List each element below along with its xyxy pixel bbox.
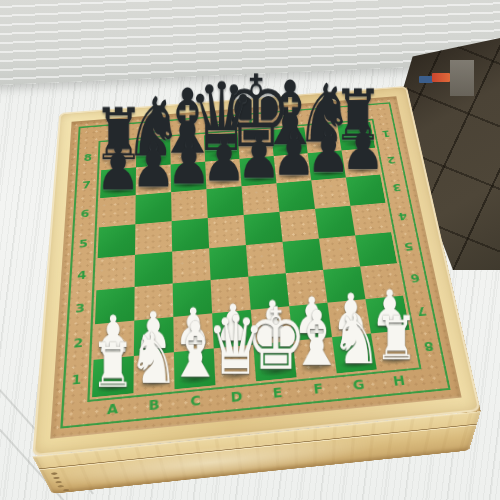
file-label-top-D: D <box>236 112 270 129</box>
file-label-top-C: C <box>269 110 304 127</box>
file-label-top-E: E <box>203 115 237 132</box>
file-label-top-A: A <box>335 105 370 122</box>
piece-glyph: ♞ <box>129 326 179 392</box>
file-label-top-G: G <box>136 120 170 138</box>
pieces-layer: ♜♞♝♛♚♝♞♜♟♟♟♟♟♟♟♟♟♟♟♟♟♟♟♟♜♞♝♛♚♝♞♜ <box>92 122 417 397</box>
piece-glyph: ♜ <box>91 338 135 396</box>
piece-glyph: ♟ <box>95 139 140 197</box>
file-label-top-B: B <box>302 107 337 124</box>
rank-label-left-7: 7 <box>75 171 97 201</box>
piece-white-knight-b1[interactable]: ♞ <box>133 352 174 393</box>
rank-label-left-8: 8 <box>77 144 99 172</box>
box-lid: 8765432112345678ABCDEFGHHGFEDCBA ♜♞♝♛♚♝♞… <box>32 86 480 457</box>
perspective-wrapper: 8765432112345678ABCDEFGHHGFEDCBA ♜♞♝♛♚♝♞… <box>0 0 500 500</box>
chess-box: 8765432112345678ABCDEFGHHGFEDCBA ♜♞♝♛♚♝♞… <box>32 86 480 457</box>
scene: 8765432112345678ABCDEFGHHGFEDCBA ♜♞♝♛♚♝♞… <box>0 0 500 500</box>
piece-white-rook-a1[interactable]: ♜ <box>92 356 134 397</box>
piece-white-bishop-c1[interactable]: ♝ <box>174 348 216 389</box>
chess-board: 8765432112345678ABCDEFGHHGFEDCBA ♜♞♝♛♚♝♞… <box>50 96 461 439</box>
piece-black-pawn-c7[interactable]: ♟ <box>171 162 207 193</box>
file-label-top-F: F <box>170 118 204 135</box>
file-label-top-H: H <box>102 123 136 141</box>
piece-black-pawn-a7[interactable]: ♟ <box>100 167 136 198</box>
piece-black-pawn-b7[interactable]: ♟ <box>136 164 171 195</box>
piece-glyph: ♜ <box>375 312 418 369</box>
